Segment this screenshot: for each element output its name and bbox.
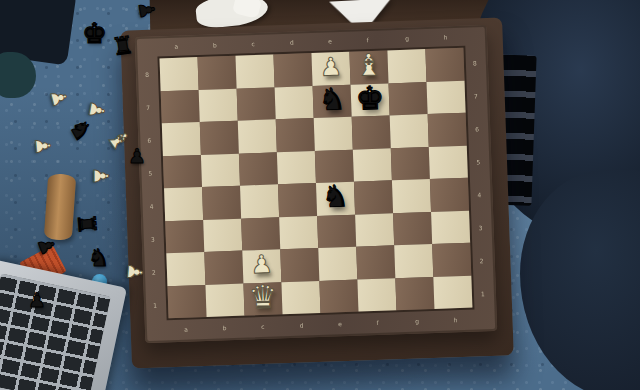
square-h6 (428, 113, 467, 147)
square-d5 (277, 151, 316, 185)
square-h5 (429, 145, 468, 179)
square-h1 (433, 275, 472, 309)
rank-label-left-7: 7 (146, 103, 150, 110)
file-label-top-c: c (251, 40, 255, 47)
offboard-black-knight: ♞ (65, 115, 97, 146)
file-label-top-a: a (174, 43, 178, 50)
square-a2 (166, 252, 205, 286)
laptop-keyboard (0, 273, 111, 390)
file-label-bottom-f: f (376, 319, 378, 326)
file-label-bottom-b: b (223, 324, 227, 331)
rank-label-right-8: 8 (473, 59, 477, 66)
square-f3 (355, 213, 394, 247)
square-f4 (354, 180, 393, 214)
square-h8 (425, 48, 464, 82)
square-a5 (163, 154, 202, 188)
square-b7 (199, 88, 238, 122)
square-h3 (431, 210, 470, 244)
square-g6 (390, 114, 429, 148)
offboard-black-rook: ♜ (74, 212, 100, 236)
square-e1 (319, 279, 358, 313)
square-g7 (389, 82, 428, 116)
rank-label-right-2: 2 (480, 257, 484, 264)
square-c3 (241, 217, 280, 251)
rank-label-right-4: 4 (477, 191, 481, 198)
square-a3 (165, 219, 204, 253)
white-pawn-c2: ♟ (250, 252, 273, 278)
square-d1 (281, 280, 320, 314)
square-b2 (204, 251, 243, 285)
square-g4 (392, 179, 431, 213)
offboard-white-pawn: ♟ (124, 262, 145, 282)
square-g8 (387, 49, 426, 83)
square-f6 (352, 115, 391, 149)
square-b8 (197, 56, 236, 90)
square-d7 (275, 86, 314, 120)
rank-label-right-3: 3 (478, 224, 482, 231)
file-label-top-b: b (213, 41, 217, 48)
rank-label-left-5: 5 (148, 169, 152, 176)
square-d8 (273, 53, 312, 87)
rank-label-right-7: 7 (474, 92, 478, 99)
square-b5 (201, 153, 240, 187)
square-a4 (164, 187, 203, 221)
rank-label-right-6: 6 (475, 125, 479, 132)
white-pawn-e8: ♟ (319, 54, 342, 80)
offboard-black-rook: ♜ (110, 33, 135, 60)
square-a7 (161, 90, 200, 124)
square-d3 (279, 215, 318, 249)
board-grid: ♟♝♞♚♞♟♛ (157, 46, 474, 321)
offboard-white-pawn: ♟ (91, 167, 111, 185)
square-a6 (162, 122, 201, 156)
square-f1 (357, 278, 396, 312)
rank-label-left-8: 8 (145, 70, 149, 77)
file-label-bottom-d: d (300, 322, 304, 329)
offboard-white-pawn: ♟ (32, 136, 53, 156)
rank-label-left-3: 3 (151, 235, 155, 242)
square-e7: ♞ (313, 84, 352, 118)
square-b4 (202, 186, 241, 220)
black-knight-e7: ♞ (318, 84, 346, 115)
square-c1: ♛ (243, 282, 282, 316)
file-label-top-f: f (367, 36, 369, 43)
square-g2 (394, 244, 433, 278)
square-b3 (203, 218, 242, 252)
square-d2 (280, 248, 319, 282)
square-c8 (235, 54, 274, 88)
square-h2 (432, 243, 471, 277)
square-d4 (278, 183, 317, 217)
square-c5 (239, 152, 278, 186)
rank-label-left-2: 2 (152, 268, 156, 275)
file-label-top-g: g (405, 35, 409, 42)
square-e2 (318, 247, 357, 281)
rank-label-left-1: 1 (153, 301, 157, 308)
square-b6 (200, 121, 239, 155)
offboard-black-knight: ♞ (88, 246, 110, 270)
offboard-white-pawn: ♟ (47, 87, 71, 110)
file-label-bottom-c: c (261, 323, 265, 330)
square-c7 (237, 87, 276, 121)
offboard-black-pawn: ♟ (28, 290, 46, 310)
square-g1 (395, 276, 434, 310)
square-g3 (393, 212, 432, 246)
square-h4 (430, 178, 469, 212)
rank-label-left-6: 6 (147, 136, 151, 143)
white-queen-c1: ♛ (248, 280, 278, 313)
square-d6 (276, 118, 315, 152)
square-f5 (353, 148, 392, 182)
file-label-bottom-h: h (453, 316, 457, 323)
square-e3 (317, 214, 356, 248)
square-g5 (391, 147, 430, 181)
file-label-top-d: d (290, 39, 294, 46)
square-a8 (160, 57, 199, 91)
offboard-black-king: ♚ (82, 20, 107, 48)
square-h7 (426, 80, 465, 114)
file-label-top-h: h (444, 33, 448, 40)
file-label-bottom-e: e (338, 320, 342, 327)
square-a1 (167, 284, 206, 318)
file-label-bottom-g: g (415, 317, 419, 324)
offboard-black-pawn: ♟ (136, 0, 159, 21)
square-f7: ♚ (351, 83, 390, 117)
overhead-photo-scene: ♟♝♞♚♞♟♛ aabbccddeeffgghh8877665544332211… (0, 0, 640, 390)
cardboard-tube (44, 173, 77, 241)
square-e6 (314, 117, 353, 151)
rank-label-left-4: 4 (150, 202, 154, 209)
square-c4 (240, 184, 279, 218)
rank-label-right-1: 1 (481, 290, 485, 297)
white-bishop-f8: ♝ (355, 50, 383, 81)
square-e4: ♞ (316, 182, 355, 216)
file-label-top-e: e (328, 37, 332, 44)
black-knight-e4: ♞ (321, 181, 349, 212)
rank-label-right-5: 5 (476, 158, 480, 165)
square-b1 (205, 283, 244, 317)
file-label-bottom-a: a (184, 326, 188, 333)
black-king-f7: ♚ (355, 81, 385, 114)
square-c6 (238, 119, 277, 153)
chess-board: ♟♝♞♚♞♟♛ aabbccddeeffgghh8877665544332211 (135, 25, 497, 343)
laptop-corner (0, 259, 127, 390)
square-f2 (356, 245, 395, 279)
offboard-black-pawn: ♟ (128, 146, 146, 166)
